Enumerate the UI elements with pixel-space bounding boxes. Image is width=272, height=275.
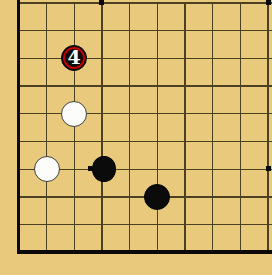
intersection-E5[interactable] [116,127,144,155]
intersection-C6[interactable] [60,100,88,128]
intersection-J6[interactable] [227,100,255,128]
intersection-H1[interactable] [199,238,227,266]
intersection-D3[interactable] [88,183,116,211]
intersection-E4[interactable] [116,155,144,183]
move-number-label: 4 [68,48,81,67]
intersection-F5[interactable] [143,127,171,155]
intersection-H10[interactable] [199,0,227,17]
intersection-F3[interactable] [143,183,171,211]
intersection-D10[interactable] [88,0,116,17]
star-point-K4 [266,166,271,171]
intersection-K6[interactable] [254,100,272,128]
intersection-G1[interactable] [171,238,199,266]
intersection-G4[interactable] [171,155,199,183]
intersection-A10[interactable] [5,0,33,17]
intersection-H4[interactable] [199,155,227,183]
intersection-D9[interactable] [88,17,116,45]
intersection-A1[interactable] [5,238,33,266]
intersection-C3[interactable] [60,183,88,211]
intersection-J9[interactable] [227,17,255,45]
intersection-K10[interactable] [254,0,272,17]
intersection-A6[interactable] [5,100,33,128]
black-stone-C8[interactable]: 4 [61,45,87,71]
intersection-K3[interactable] [254,183,272,211]
intersection-E3[interactable] [116,183,144,211]
intersection-C4[interactable] [60,155,88,183]
intersection-K7[interactable] [254,72,272,100]
intersection-K8[interactable] [254,44,272,72]
star-point-K10 [266,0,271,5]
intersection-F10[interactable] [143,0,171,17]
intersection-A3[interactable] [5,183,33,211]
intersection-D8[interactable] [88,44,116,72]
intersection-J3[interactable] [227,183,255,211]
intersection-A4[interactable] [5,155,33,183]
intersection-H3[interactable] [199,183,227,211]
intersection-B6[interactable] [33,100,61,128]
intersection-K1[interactable] [254,238,272,266]
intersection-A7[interactable] [5,72,33,100]
intersection-K9[interactable] [254,17,272,45]
intersection-J8[interactable] [227,44,255,72]
intersection-G9[interactable] [171,17,199,45]
intersection-D7[interactable] [88,72,116,100]
intersection-K4[interactable] [254,155,272,183]
black-stone-F3[interactable] [144,184,170,210]
intersection-B2[interactable] [33,211,61,239]
intersection-C1[interactable] [60,238,88,266]
intersection-B8[interactable] [33,44,61,72]
intersection-J1[interactable] [227,238,255,266]
intersection-A8[interactable] [5,44,33,72]
intersection-C2[interactable] [60,211,88,239]
intersection-C8[interactable]: 4 [60,44,88,72]
intersection-G6[interactable] [171,100,199,128]
intersection-K5[interactable] [254,127,272,155]
intersection-G5[interactable] [171,127,199,155]
intersection-F7[interactable] [143,72,171,100]
intersection-J4[interactable] [227,155,255,183]
intersection-B1[interactable] [33,238,61,266]
intersection-A5[interactable] [5,127,33,155]
intersection-H6[interactable] [199,100,227,128]
intersection-A9[interactable] [5,17,33,45]
go-board[interactable]: 4 [5,0,272,266]
intersection-F8[interactable] [143,44,171,72]
go-board-diagram: 4 [0,0,272,275]
intersection-C9[interactable] [60,17,88,45]
intersection-E6[interactable] [116,100,144,128]
intersection-K2[interactable] [254,211,272,239]
intersection-B3[interactable] [33,183,61,211]
intersection-A2[interactable] [5,211,33,239]
intersection-C7[interactable] [60,72,88,100]
black-stone-D4[interactable] [92,156,115,182]
intersection-J2[interactable] [227,211,255,239]
intersection-C10[interactable] [60,0,88,17]
intersection-H2[interactable] [199,211,227,239]
intersection-G8[interactable] [171,44,199,72]
intersection-D4[interactable] [88,155,116,183]
intersection-H7[interactable] [199,72,227,100]
intersection-G2[interactable] [171,211,199,239]
intersection-H8[interactable] [199,44,227,72]
intersection-B4[interactable] [33,155,61,183]
intersection-J10[interactable] [227,0,255,17]
intersection-F1[interactable] [143,238,171,266]
intersection-E7[interactable] [116,72,144,100]
intersection-J5[interactable] [227,127,255,155]
white-stone-B4[interactable] [34,156,60,182]
intersection-H9[interactable] [199,17,227,45]
intersection-J7[interactable] [227,72,255,100]
intersection-G10[interactable] [171,0,199,17]
intersection-B9[interactable] [33,17,61,45]
intersection-D6[interactable] [88,100,116,128]
intersection-G7[interactable] [171,72,199,100]
intersection-E8[interactable] [116,44,144,72]
intersection-B10[interactable] [33,0,61,17]
intersection-E10[interactable] [116,0,144,17]
intersection-C5[interactable] [60,127,88,155]
intersection-F2[interactable] [143,211,171,239]
intersection-B7[interactable] [33,72,61,100]
intersection-H5[interactable] [199,127,227,155]
intersection-D5[interactable] [88,127,116,155]
intersection-F6[interactable] [143,100,171,128]
intersection-E9[interactable] [116,17,144,45]
intersection-D2[interactable] [88,211,116,239]
intersection-E2[interactable] [116,211,144,239]
intersection-F9[interactable] [143,17,171,45]
star-point-D10 [99,0,104,5]
intersection-D1[interactable] [88,238,116,266]
intersection-E1[interactable] [116,238,144,266]
intersection-G3[interactable] [171,183,199,211]
intersection-B5[interactable] [33,127,61,155]
white-stone-C6[interactable] [61,101,87,127]
intersection-F4[interactable] [143,155,171,183]
